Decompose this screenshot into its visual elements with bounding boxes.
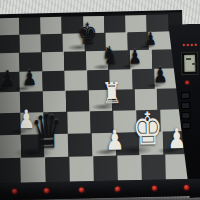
board-photo: ♚♟♞♟♟♟♟♜♟♛♟♚♟: [0, 0, 200, 200]
console-button[interactable]: [181, 102, 190, 109]
console-button[interactable]: [181, 92, 190, 99]
rail-led-icon: [184, 185, 189, 190]
console-buttons: [181, 92, 200, 129]
status-led-icon: [183, 44, 185, 46]
black-pawn-h7[interactable]: ♟: [145, 30, 157, 48]
lcd-display: [181, 52, 199, 75]
rail-led-icon: [115, 187, 120, 192]
power-led-icon: [186, 81, 189, 84]
rail-led-icon: [44, 188, 49, 193]
black-pawn-h5[interactable]: ♟: [153, 65, 168, 87]
black-king-e7[interactable]: ♚: [78, 20, 98, 49]
rail-led-icon: [152, 186, 157, 191]
console-button[interactable]: [182, 122, 191, 129]
white-pawn-f2[interactable]: ♟: [105, 126, 124, 154]
black-pawn-a5[interactable]: ♟: [0, 68, 15, 90]
console-button[interactable]: [181, 112, 190, 119]
white-rook-f4[interactable]: ♜: [102, 80, 122, 109]
status-led-icon: [195, 44, 197, 46]
status-leds: [183, 44, 197, 46]
status-led-icon: [187, 44, 189, 46]
white-king-g2[interactable]: ♚: [132, 107, 164, 153]
status-led-icon: [191, 44, 193, 46]
black-pawn-b5[interactable]: ♟: [22, 68, 37, 90]
lcd-screen: [184, 55, 195, 72]
rail-led-icon: [79, 187, 84, 192]
black-knight-f6[interactable]: ♞: [101, 44, 118, 68]
black-pawn-g6[interactable]: ♟: [128, 48, 142, 68]
rail-led-icon: [12, 189, 17, 194]
chess-computer: ♚♟♞♟♟♟♟♜♟♛♟♚♟: [0, 0, 200, 200]
black-queen-c2[interactable]: ♛: [31, 108, 64, 155]
